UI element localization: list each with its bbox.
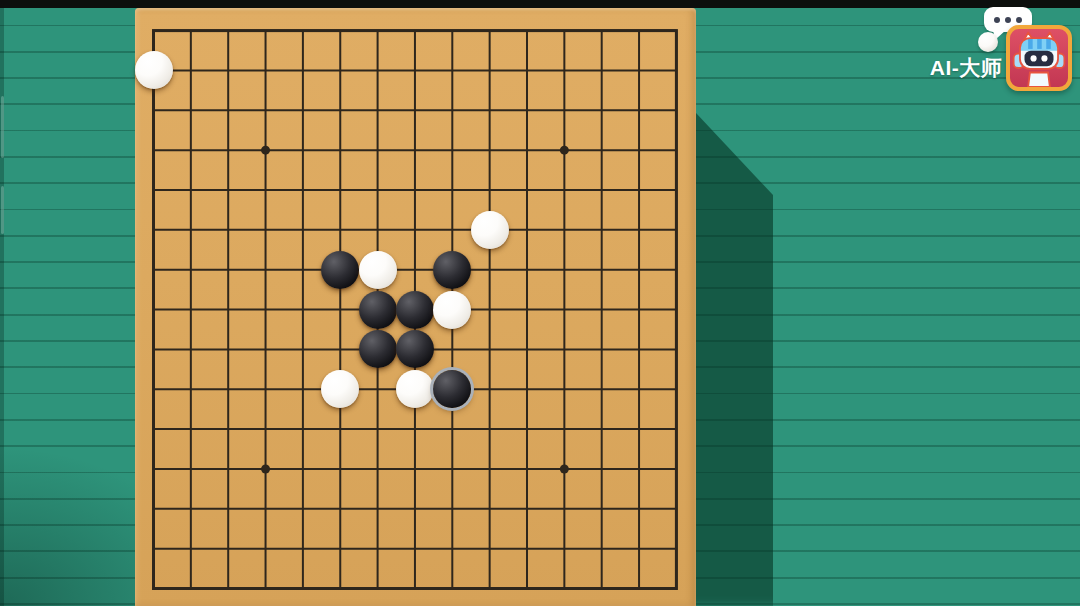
typing-dot [1005,17,1011,23]
wall-highlight [1,96,4,158]
stone-black [359,291,397,329]
ai-player-name: AI-大师 [924,54,1008,82]
typing-dot [1016,17,1022,23]
stone-black [359,330,397,368]
star-point [560,146,569,155]
gomoku-board[interactable] [135,8,696,606]
stone-white [471,211,509,249]
app-window: AI-大师 [0,0,1080,606]
wall-highlight [1,186,4,234]
stone-white [359,251,397,289]
stone-black [321,251,359,289]
stone-black [396,291,434,329]
typing-dot [994,17,1000,23]
star-point [560,464,569,473]
star-point [261,464,270,473]
stone-white [135,51,173,89]
robot-icon [1010,29,1068,87]
stone-white [433,291,471,329]
ai-avatar-badge[interactable] [1006,25,1072,91]
white-stone-side-icon [978,32,998,52]
top-edge-bar [0,0,1080,8]
stone-white [396,370,434,408]
star-point [261,146,270,155]
stone-black [433,251,471,289]
